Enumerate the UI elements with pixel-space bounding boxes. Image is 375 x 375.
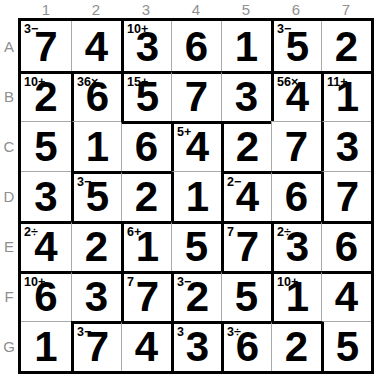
cell-C4[interactable]: 5+4 [171,121,221,171]
cell-G4[interactable]: 33 [171,321,221,371]
cell-digit: 3 [124,26,171,68]
cell-digit: 3 [324,126,371,168]
cell-digit: 7 [272,126,321,168]
cell-digit: 7 [324,176,371,218]
cell-B3[interactable]: 15+5 [121,71,171,121]
cell-digit: 1 [222,26,271,68]
cell-B7[interactable]: 11+1 [321,71,371,121]
cell-B5[interactable]: 3 [221,71,271,121]
cell-C6[interactable]: 7 [271,121,321,171]
cell-E2[interactable]: 2 [71,221,121,271]
cell-digit: 6 [224,326,271,368]
cell-digit: 7 [124,276,171,318]
cell-digit: 5 [274,26,321,68]
row-label-F: F [0,271,18,321]
cell-digit: 7 [172,76,221,118]
cell-C3[interactable]: 6 [121,121,171,171]
cell-C7[interactable]: 3 [321,121,371,171]
row-label-C: C [0,121,18,171]
board: 3−7410+3613−5210+236×615+57356×411+15165… [18,18,374,374]
cell-G5[interactable]: 3÷6 [221,321,271,371]
cell-digit: 3 [222,76,271,118]
cell-digit: 6 [21,276,71,318]
cell-digit: 1 [324,76,371,118]
cell-D1[interactable]: 3 [21,171,71,221]
cell-digit: 5 [222,276,271,318]
cell-digit: 6 [322,226,371,268]
col-label-5: 5 [221,0,271,19]
row-label-E: E [0,221,18,271]
cell-digit: 2 [322,26,371,68]
cell-C1[interactable]: 5 [21,121,71,171]
cell-digit: 3 [274,226,321,268]
row-label-G: G [0,321,18,371]
cell-digit: 1 [74,126,121,168]
cell-digit: 1 [124,226,171,268]
cell-B6[interactable]: 56×4 [271,71,321,121]
row-label-B: B [0,71,18,121]
cell-A2[interactable]: 4 [71,21,121,71]
cell-D6[interactable]: 6 [271,171,321,221]
cell-digit: 4 [274,76,321,118]
cell-F1[interactable]: 10+6 [21,271,71,321]
col-label-2: 2 [71,0,121,19]
cell-E6[interactable]: 2÷3 [271,221,321,271]
cell-A6[interactable]: 3−5 [271,21,321,71]
cell-digit: 4 [122,326,171,368]
cell-digit: 2 [174,276,221,318]
cell-digit: 4 [322,276,371,318]
row-label-A: A [0,21,18,71]
cell-digit: 2 [224,126,271,168]
cell-D7[interactable]: 7 [321,171,371,221]
cell-digit: 7 [224,226,271,268]
cell-digit: 1 [274,276,321,318]
cell-C2[interactable]: 1 [71,121,121,171]
cell-G1[interactable]: 1 [21,321,71,371]
cell-digit: 4 [174,126,221,168]
col-label-4: 4 [171,0,221,19]
cell-digit: 2 [72,226,121,268]
kenken-puzzle: 1234567 ABCDEFG 3−7410+3613−5210+236×615… [0,0,375,375]
cell-digit: 6 [74,76,121,118]
cell-digit: 3 [174,326,221,368]
col-label-7: 7 [321,0,371,19]
cell-C5[interactable]: 2 [221,121,271,171]
cell-digit: 2 [21,76,71,118]
cell-digit: 6 [172,26,221,68]
cell-digit: 5 [74,176,121,218]
cell-digit: 1 [174,176,221,218]
cell-digit: 4 [21,226,71,268]
cell-B4[interactable]: 7 [171,71,221,121]
col-label-1: 1 [21,0,71,19]
cell-A4[interactable]: 6 [171,21,221,71]
cell-digit: 4 [224,176,271,218]
cell-D2[interactable]: 3−5 [71,171,121,221]
row-label-D: D [0,171,18,221]
cell-E1[interactable]: 2÷4 [21,221,71,271]
cell-F2[interactable]: 3 [71,271,121,321]
cell-digit: 5 [324,326,371,368]
cell-G2[interactable]: 3−7 [71,321,121,371]
col-label-6: 6 [271,0,321,19]
cell-B1[interactable]: 10+2 [21,71,71,121]
cell-A1[interactable]: 3−7 [21,21,71,71]
cell-A3[interactable]: 10+3 [121,21,171,71]
cell-G7[interactable]: 5 [321,321,371,371]
cell-G3[interactable]: 4 [121,321,171,371]
cell-digit: 7 [74,326,121,368]
row-labels: ABCDEFG [0,21,18,371]
cell-digit: 3 [21,176,71,218]
cell-digit: 2 [272,326,321,368]
cell-digit: 3 [72,276,121,318]
cell-A5[interactable]: 1 [221,21,271,71]
cell-E3[interactable]: 6+1 [121,221,171,271]
cell-E4[interactable]: 5 [171,221,221,271]
cell-digit: 6 [272,176,321,218]
cell-digit: 7 [21,26,71,68]
cell-digit: 4 [72,26,121,68]
cell-F3[interactable]: 77 [121,271,171,321]
cell-G6[interactable]: 2 [271,321,321,371]
cell-D3[interactable]: 2 [121,171,171,221]
cell-E7[interactable]: 6 [321,221,371,271]
cell-B2[interactable]: 36×6 [71,71,121,121]
cell-digit: 5 [172,226,221,268]
cell-A7[interactable]: 2 [321,21,371,71]
cell-F6[interactable]: 10+1 [271,271,321,321]
cell-F7[interactable]: 4 [321,271,371,321]
cell-digit: 5 [124,76,171,118]
cell-digit: 1 [21,326,71,368]
cell-D4[interactable]: 1 [171,171,221,221]
cell-F5[interactable]: 5 [221,271,271,321]
column-labels: 1234567 [21,0,371,19]
col-label-3: 3 [121,0,171,19]
cell-digit: 2 [122,176,171,218]
cell-digit: 5 [21,126,71,168]
cell-digit: 6 [122,126,171,168]
cell-E5[interactable]: 77 [221,221,271,271]
cell-D5[interactable]: 2−4 [221,171,271,221]
cell-F4[interactable]: 3−2 [171,271,221,321]
